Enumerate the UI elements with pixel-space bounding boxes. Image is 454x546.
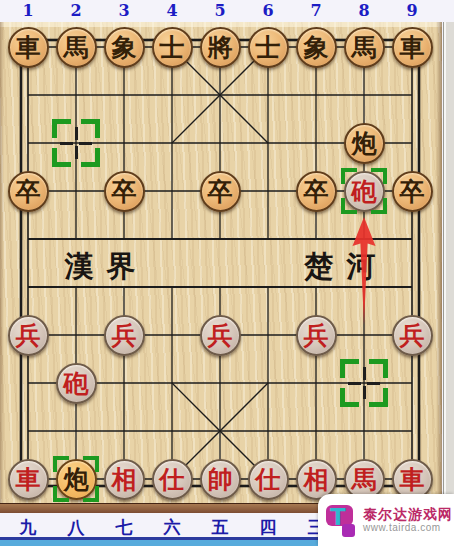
column-label-bottom: 四 — [244, 517, 292, 537]
move-origin-marker — [340, 359, 388, 407]
xiangqi-piece-black-r0c6[interactable]: 士 — [248, 27, 289, 68]
xiangqi-piece-black-r3c5[interactable]: 卒 — [200, 171, 241, 212]
xiangqi-piece-black-r0c3[interactable]: 象 — [104, 27, 145, 68]
xiangqi-piece-black-r0c8[interactable]: 馬 — [344, 27, 385, 68]
xiangqi-piece-red-r6c9[interactable]: 兵 — [392, 315, 433, 356]
xiangqi-piece-red-r9c3[interactable]: 相 — [104, 459, 145, 500]
xiangqi-piece-black-r0c5[interactable]: 將 — [200, 27, 241, 68]
xiangqi-piece-black-r3c7[interactable]: 卒 — [296, 171, 337, 212]
column-label-bottom: 九 — [4, 517, 52, 537]
column-label-top: 9 — [388, 1, 436, 21]
xiangqi-piece-red-r6c5[interactable]: 兵 — [200, 315, 241, 356]
move-destination-marker — [53, 456, 99, 502]
column-label-bottom: 六 — [148, 517, 196, 537]
watermark-site-url: www.tairda.com — [363, 522, 453, 534]
river-label-left: 漢界 — [35, 246, 165, 286]
xiangqi-piece-red-r9c4[interactable]: 仕 — [152, 459, 193, 500]
xiangqi-piece-red-r6c1[interactable]: 兵 — [8, 315, 49, 356]
xiangqi-piece-black-r3c1[interactable]: 卒 — [8, 171, 49, 212]
xiangqi-piece-black-r0c2[interactable]: 馬 — [56, 27, 97, 68]
right-edge-strip — [443, 0, 454, 546]
xiangqi-board[interactable]: 漢界 楚河 車馬象士將士象馬車炮卒卒卒卒砲卒兵兵兵兵兵砲車炮相仕帥仕相馬車 — [0, 22, 442, 513]
xiangqi-piece-black-r0c1[interactable]: 車 — [8, 27, 49, 68]
river-label-right: 楚河 — [275, 246, 405, 286]
column-label-top: 4 — [148, 1, 196, 21]
tairda-logo-icon: T — [326, 502, 358, 538]
column-label-top: 3 — [100, 1, 148, 21]
xiangqi-piece-black-r2c8[interactable]: 炮 — [344, 123, 385, 164]
xiangqi-piece-red-r9c1[interactable]: 車 — [8, 459, 49, 500]
xiangqi-piece-red-r6c7[interactable]: 兵 — [296, 315, 337, 356]
column-label-bottom: 七 — [100, 517, 148, 537]
watermark-site-name: 泰尔达游戏网 — [363, 506, 453, 522]
column-label-bottom: 五 — [196, 517, 244, 537]
column-label-top: 6 — [244, 1, 292, 21]
xiangqi-piece-red-r9c6[interactable]: 仕 — [248, 459, 289, 500]
column-label-top: 5 — [196, 1, 244, 21]
xiangqi-app-window: 123456789 漢界 楚河 車馬象士將士象馬車炮卒卒卒卒砲卒兵兵兵兵兵砲車炮… — [0, 0, 454, 546]
xiangqi-piece-black-r3c3[interactable]: 卒 — [104, 171, 145, 212]
move-destination-marker — [341, 168, 387, 214]
watermark-badge[interactable]: T 泰尔达游戏网 www.tairda.com — [318, 494, 454, 546]
xiangqi-piece-black-r0c9[interactable]: 車 — [392, 27, 433, 68]
column-label-top: 7 — [292, 1, 340, 21]
xiangqi-piece-red-r6c3[interactable]: 兵 — [104, 315, 145, 356]
column-label-top: 1 — [4, 1, 52, 21]
top-coordinate-strip: 123456789 — [0, 0, 454, 22]
xiangqi-piece-red-r7c2[interactable]: 砲 — [56, 363, 97, 404]
column-label-top: 2 — [52, 1, 100, 21]
move-origin-marker — [52, 119, 100, 167]
xiangqi-piece-black-r0c4[interactable]: 士 — [152, 27, 193, 68]
xiangqi-piece-black-r0c7[interactable]: 象 — [296, 27, 337, 68]
xiangqi-piece-black-r3c9[interactable]: 卒 — [392, 171, 433, 212]
column-label-top: 8 — [340, 1, 388, 21]
xiangqi-piece-red-r9c5[interactable]: 帥 — [200, 459, 241, 500]
column-label-bottom: 八 — [52, 517, 100, 537]
